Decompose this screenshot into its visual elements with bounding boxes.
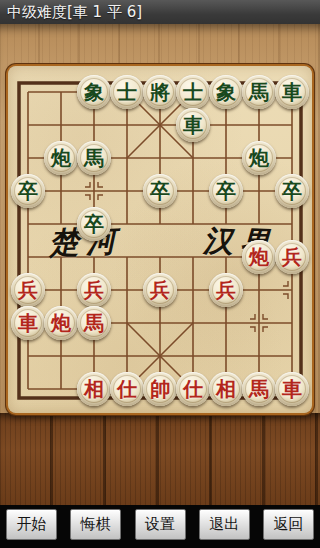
start-button[interactable]: 开始 bbox=[6, 509, 57, 540]
piece-red-chariot[interactable]: 車 bbox=[275, 372, 309, 406]
piece-red-horse[interactable]: 馬 bbox=[242, 372, 276, 406]
piece-black-elephant[interactable]: 象 bbox=[209, 75, 243, 109]
piece-black-horse[interactable]: 馬 bbox=[242, 75, 276, 109]
piece-red-soldier[interactable]: 兵 bbox=[11, 273, 45, 307]
piece-black-soldier[interactable]: 卒 bbox=[275, 174, 309, 208]
piece-black-soldier[interactable]: 卒 bbox=[11, 174, 45, 208]
title-bar: 中级难度[車 1 平 6] bbox=[0, 0, 320, 24]
piece-black-advisor[interactable]: 士 bbox=[176, 75, 210, 109]
piece-red-horse[interactable]: 馬 bbox=[77, 306, 111, 340]
piece-black-advisor[interactable]: 士 bbox=[110, 75, 144, 109]
xiangqi-app: 中级难度[車 1 平 6] 楚河 汉界 象士將士象馬車車炮馬炮卒卒卒卒卒炮兵兵兵… bbox=[0, 0, 320, 548]
piece-black-chariot[interactable]: 車 bbox=[275, 75, 309, 109]
piece-black-horse[interactable]: 馬 bbox=[77, 141, 111, 175]
pieces-layer: 象士將士象馬車車炮馬炮卒卒卒卒卒炮兵兵兵兵兵車炮馬相仕帥仕相馬車 bbox=[8, 66, 312, 413]
back-button[interactable]: 返回 bbox=[263, 509, 314, 540]
piece-black-cannon[interactable]: 炮 bbox=[242, 141, 276, 175]
piece-black-cannon[interactable]: 炮 bbox=[44, 141, 78, 175]
piece-red-elephant[interactable]: 相 bbox=[209, 372, 243, 406]
settings-button[interactable]: 设置 bbox=[135, 509, 186, 540]
undo-button[interactable]: 悔棋 bbox=[70, 509, 121, 540]
piece-black-general[interactable]: 將 bbox=[143, 75, 177, 109]
piece-black-soldier[interactable]: 卒 bbox=[143, 174, 177, 208]
piece-red-general[interactable]: 帥 bbox=[143, 372, 177, 406]
piece-red-cannon[interactable]: 炮 bbox=[44, 306, 78, 340]
piece-black-chariot[interactable]: 車 bbox=[176, 108, 210, 142]
piece-red-advisor[interactable]: 仕 bbox=[176, 372, 210, 406]
piece-red-cannon[interactable]: 炮 bbox=[242, 240, 276, 274]
title-text: 中级难度[車 1 平 6] bbox=[7, 3, 142, 22]
piece-red-soldier[interactable]: 兵 bbox=[77, 273, 111, 307]
xiangqi-board[interactable]: 楚河 汉界 象士將士象馬車車炮馬炮卒卒卒卒卒炮兵兵兵兵兵車炮馬相仕帥仕相馬車 bbox=[8, 66, 312, 413]
piece-red-soldier[interactable]: 兵 bbox=[143, 273, 177, 307]
piece-red-elephant[interactable]: 相 bbox=[77, 372, 111, 406]
piece-black-elephant[interactable]: 象 bbox=[77, 75, 111, 109]
piece-red-chariot[interactable]: 車 bbox=[11, 306, 45, 340]
piece-red-soldier[interactable]: 兵 bbox=[209, 273, 243, 307]
bottom-toolbar: 开始 悔棋 设置 退出 返回 bbox=[0, 505, 320, 548]
exit-button[interactable]: 退出 bbox=[199, 509, 250, 540]
piece-red-advisor[interactable]: 仕 bbox=[110, 372, 144, 406]
wood-background-bottom bbox=[0, 413, 320, 505]
piece-red-soldier[interactable]: 兵 bbox=[275, 240, 309, 274]
piece-black-soldier[interactable]: 卒 bbox=[77, 207, 111, 241]
piece-black-soldier[interactable]: 卒 bbox=[209, 174, 243, 208]
